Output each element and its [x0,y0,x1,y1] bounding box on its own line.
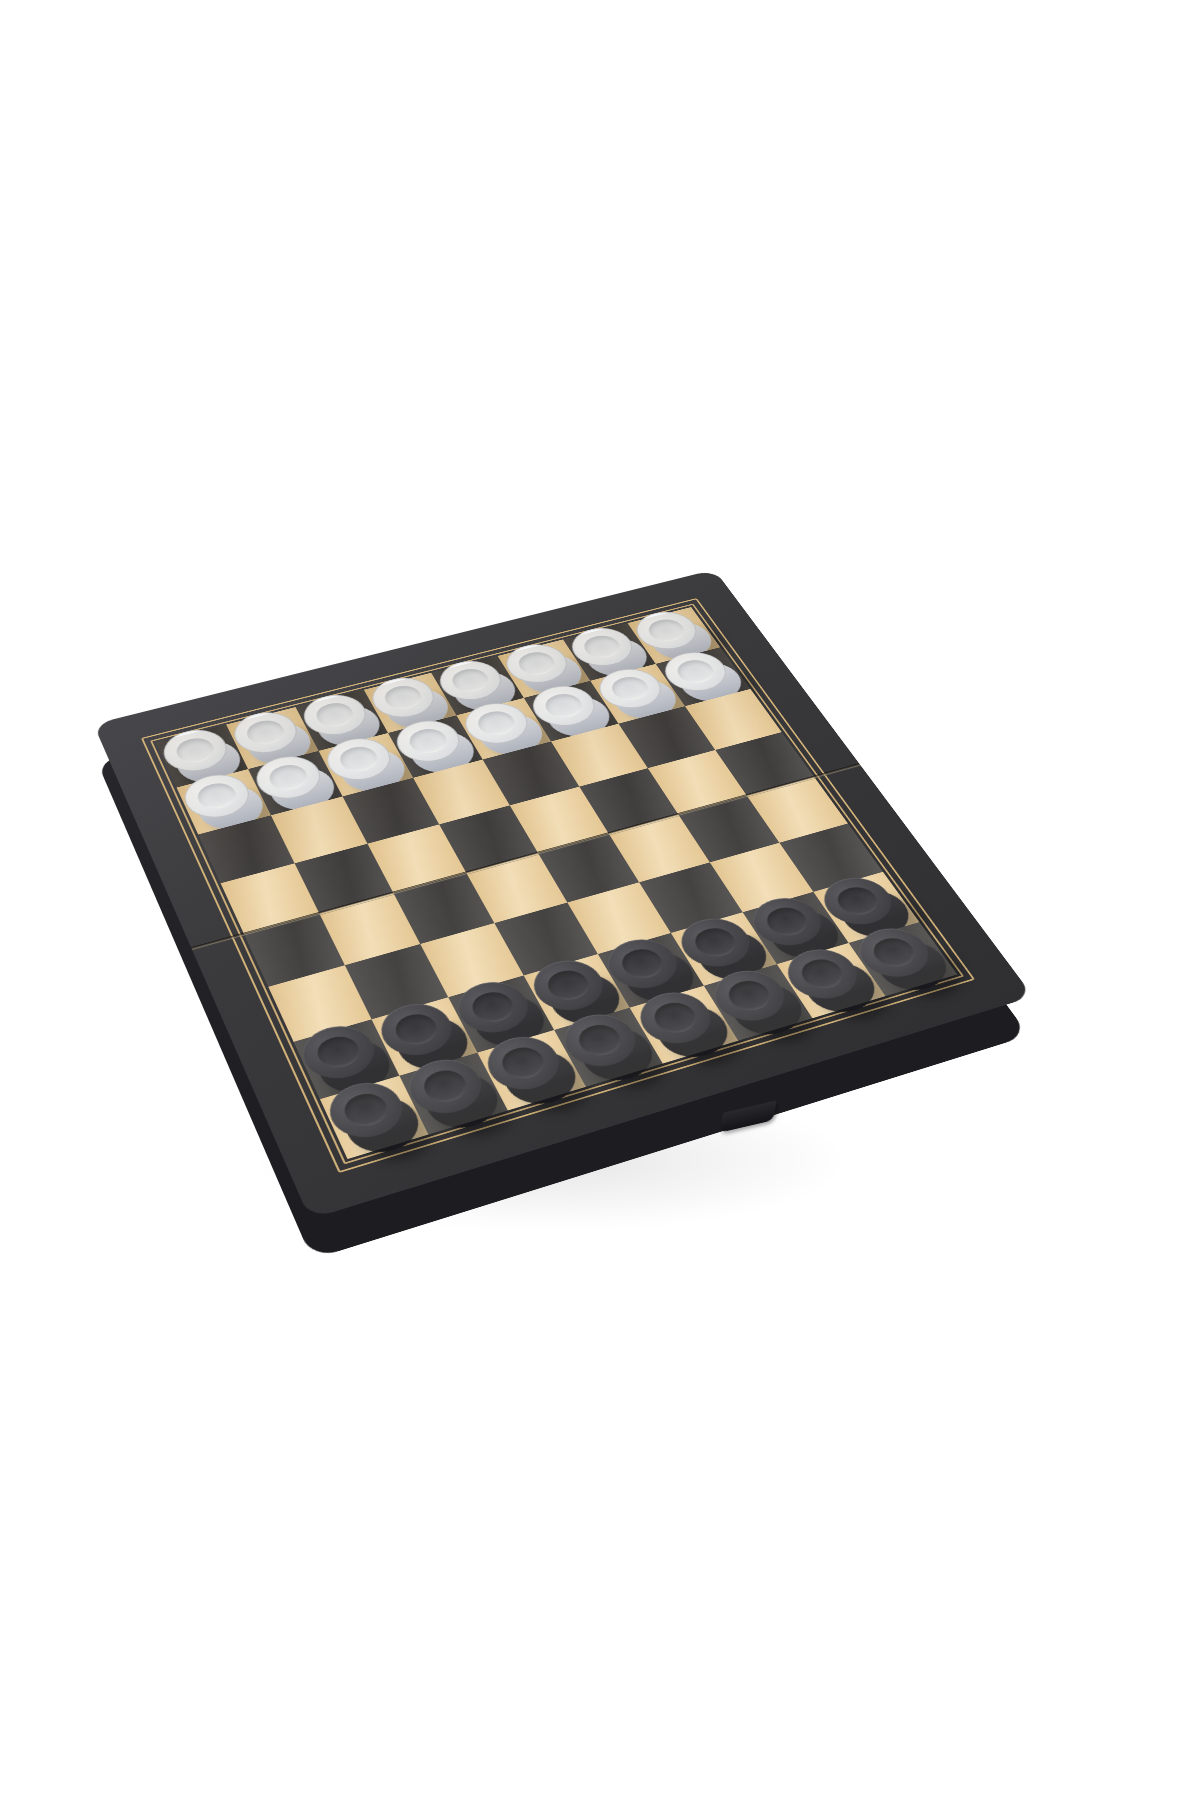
piece-dimple [867,934,920,970]
checkers-board [93,570,1033,1220]
piece-dimple [579,633,625,661]
piece-dimple [649,999,702,1037]
piece-dimple [173,735,218,766]
piece-black-a1[interactable] [328,1082,420,1153]
piece-dimple [644,616,690,644]
piece-dimple [448,666,494,695]
piece-dimple [419,1066,472,1106]
piece-dimple [761,904,813,940]
piece-dimple [607,674,654,703]
piece-dimple [473,708,520,738]
piece-dimple [336,744,382,775]
piece-dimple [243,717,288,747]
case-top-surface [93,570,1033,1220]
piece-dimple [194,780,240,812]
perspective-stage [163,478,913,1228]
piece-dimple [380,683,426,713]
piece-dimple [723,977,776,1015]
piece-dimple [796,955,849,992]
piece-dimple [497,1043,550,1083]
piece-dimple [541,691,588,721]
piece-dimple [672,657,719,686]
piece-dimple [573,1021,626,1060]
piece-dimple [514,649,560,678]
piece-dimple [390,1010,442,1049]
piece-dimple [405,726,452,757]
piece-dimple [313,1033,365,1072]
product-photo-scene [0,0,1200,1800]
piece-dimple [689,924,741,960]
piece-dimple [542,967,594,1004]
piece-dimple [312,700,358,730]
piece-dimple [265,762,311,794]
piece-dimple [832,884,884,919]
piece-dimple [467,988,519,1026]
piece-dimple [616,945,668,982]
piece-dimple [339,1090,392,1131]
